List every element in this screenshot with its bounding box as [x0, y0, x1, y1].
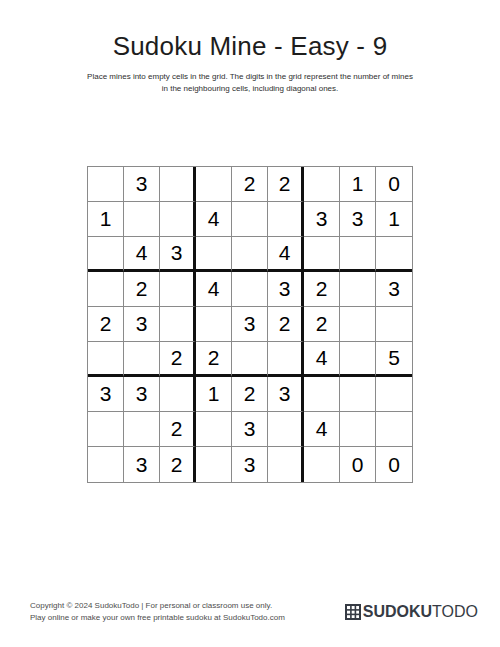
- cell-r4c4[interactable]: 4: [196, 272, 232, 307]
- cell-r4c9[interactable]: 3: [376, 272, 412, 307]
- cell-r8c3[interactable]: 2: [160, 412, 196, 447]
- footer-copyright: Copyright © 2024 SudokuTodo | For person…: [30, 600, 285, 623]
- cell-r3c6[interactable]: 4: [268, 237, 304, 272]
- cell-r8c4[interactable]: [196, 412, 232, 447]
- cell-r9c9[interactable]: 0: [376, 447, 412, 482]
- cell-r8c2[interactable]: [124, 412, 160, 447]
- cell-r9c5[interactable]: 3: [232, 447, 268, 482]
- cell-r4c2[interactable]: 2: [124, 272, 160, 307]
- cell-r2c3[interactable]: [160, 202, 196, 237]
- instructions-line-2: in the neighbouring cells, including dia…: [0, 83, 500, 95]
- cell-r6c5[interactable]: [232, 342, 268, 377]
- cell-r6c1[interactable]: [88, 342, 124, 377]
- cell-r8c7[interactable]: 4: [304, 412, 340, 447]
- logo-text-sudoku: SUDOKU: [363, 603, 432, 620]
- cell-r3c9[interactable]: [376, 237, 412, 272]
- cell-r9c2[interactable]: 3: [124, 447, 160, 482]
- cell-r4c6[interactable]: 3: [268, 272, 304, 307]
- cell-r1c8[interactable]: 1: [340, 167, 376, 202]
- cell-r5c1[interactable]: 2: [88, 307, 124, 342]
- cell-r1c2[interactable]: 3: [124, 167, 160, 202]
- cell-r1c5[interactable]: 2: [232, 167, 268, 202]
- grid-wrap: 3221014331434243232332222453312323432300: [87, 166, 413, 483]
- cell-r2c4[interactable]: 4: [196, 202, 232, 237]
- cell-r8c8[interactable]: [340, 412, 376, 447]
- sudokutodo-logo: SUDOKUTODO: [345, 603, 478, 621]
- cell-r2c7[interactable]: 3: [304, 202, 340, 237]
- copyright-line-2: Play online or make your own free printa…: [30, 612, 285, 624]
- cell-r1c1[interactable]: [88, 167, 124, 202]
- cell-r3c7[interactable]: [304, 237, 340, 272]
- logo-text-todo: TODO: [432, 603, 478, 620]
- cell-r6c2[interactable]: [124, 342, 160, 377]
- cell-r4c3[interactable]: [160, 272, 196, 307]
- cell-r8c1[interactable]: [88, 412, 124, 447]
- cell-r3c3[interactable]: 3: [160, 237, 196, 272]
- cell-r5c6[interactable]: 2: [268, 307, 304, 342]
- cell-r9c8[interactable]: 0: [340, 447, 376, 482]
- page-title: Sudoku Mine - Easy - 9: [0, 31, 500, 62]
- cell-r9c6[interactable]: [268, 447, 304, 482]
- cell-r2c8[interactable]: 3: [340, 202, 376, 237]
- cell-r6c4[interactable]: 2: [196, 342, 232, 377]
- cell-r6c3[interactable]: 2: [160, 342, 196, 377]
- logo-text: SUDOKUTODO: [363, 603, 478, 621]
- cell-r6c6[interactable]: [268, 342, 304, 377]
- cell-r5c2[interactable]: 3: [124, 307, 160, 342]
- cell-r7c2[interactable]: 3: [124, 377, 160, 412]
- instructions: Place mines into empty cells in the grid…: [0, 71, 500, 94]
- cell-r9c7[interactable]: [304, 447, 340, 482]
- cell-r1c7[interactable]: [304, 167, 340, 202]
- cell-r7c3[interactable]: [160, 377, 196, 412]
- cell-r7c4[interactable]: 1: [196, 377, 232, 412]
- cell-r9c1[interactable]: [88, 447, 124, 482]
- cell-r2c2[interactable]: [124, 202, 160, 237]
- cell-r7c6[interactable]: 3: [268, 377, 304, 412]
- cell-r3c1[interactable]: [88, 237, 124, 272]
- cell-r1c9[interactable]: 0: [376, 167, 412, 202]
- cell-r7c7[interactable]: [304, 377, 340, 412]
- cell-r6c7[interactable]: 4: [304, 342, 340, 377]
- cell-r1c4[interactable]: [196, 167, 232, 202]
- cell-r5c4[interactable]: [196, 307, 232, 342]
- cell-r7c8[interactable]: [340, 377, 376, 412]
- cell-r7c1[interactable]: 3: [88, 377, 124, 412]
- instructions-line-1: Place mines into empty cells in the grid…: [0, 71, 500, 83]
- cell-r5c5[interactable]: 3: [232, 307, 268, 342]
- cell-r2c1[interactable]: 1: [88, 202, 124, 237]
- cell-r7c9[interactable]: [376, 377, 412, 412]
- cell-r5c3[interactable]: [160, 307, 196, 342]
- cell-r1c6[interactable]: 2: [268, 167, 304, 202]
- cell-r4c1[interactable]: [88, 272, 124, 307]
- cell-r3c8[interactable]: [340, 237, 376, 272]
- cell-r6c9[interactable]: 5: [376, 342, 412, 377]
- cell-r8c9[interactable]: [376, 412, 412, 447]
- cell-r4c7[interactable]: 2: [304, 272, 340, 307]
- sudoku-grid-icon: [345, 604, 361, 620]
- cell-r2c5[interactable]: [232, 202, 268, 237]
- cell-r9c4[interactable]: [196, 447, 232, 482]
- cell-r5c9[interactable]: [376, 307, 412, 342]
- cell-r8c6[interactable]: [268, 412, 304, 447]
- cell-r4c8[interactable]: [340, 272, 376, 307]
- cell-r6c8[interactable]: [340, 342, 376, 377]
- cell-r2c6[interactable]: [268, 202, 304, 237]
- cell-r4c5[interactable]: [232, 272, 268, 307]
- cell-r8c5[interactable]: 3: [232, 412, 268, 447]
- cell-r3c5[interactable]: [232, 237, 268, 272]
- cell-r5c8[interactable]: [340, 307, 376, 342]
- cell-r5c7[interactable]: 2: [304, 307, 340, 342]
- cell-r1c3[interactable]: [160, 167, 196, 202]
- cell-r3c2[interactable]: 4: [124, 237, 160, 272]
- cell-r3c4[interactable]: [196, 237, 232, 272]
- cell-r2c9[interactable]: 1: [376, 202, 412, 237]
- sudoku-mine-grid: 3221014331434243232332222453312323432300: [87, 166, 413, 483]
- cell-r7c5[interactable]: 2: [232, 377, 268, 412]
- copyright-line-1: Copyright © 2024 SudokuTodo | For person…: [30, 600, 285, 612]
- cell-r9c3[interactable]: 2: [160, 447, 196, 482]
